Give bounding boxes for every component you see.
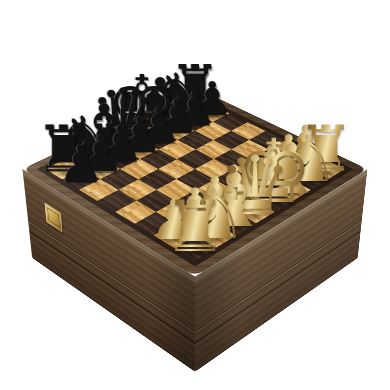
brass-clasp-icon	[44, 202, 62, 232]
clasp-engraving	[47, 207, 60, 228]
product-photo-scene: ♜♞♝♛♚♝♞♜♟♟♟♟♟♟♟♟♟♟♟♟♟♟♟♟♜♞♝♛♚♝♞♜	[0, 0, 390, 390]
chess-box	[22, 87, 367, 276]
